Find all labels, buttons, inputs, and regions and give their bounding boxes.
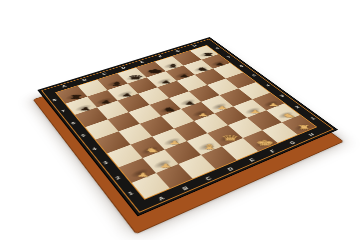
square-b3: ♞ — [130, 136, 165, 158]
black-pawn-h7: ♟ — [215, 62, 226, 65]
white-queen-e2: ♛ — [220, 134, 240, 141]
white-king-f1: ♚ — [255, 139, 276, 147]
square-c4 — [140, 116, 173, 136]
piece-shadow — [196, 141, 218, 153]
square-a1 — [131, 173, 169, 199]
file-labels-bottom: ABCDEFGH — [146, 127, 326, 208]
black-bishop-c8: ♝ — [108, 81, 124, 86]
black-pawn-a7: ♟ — [79, 107, 92, 111]
piece-shadow — [276, 110, 296, 120]
white-rook-h1: ♜ — [296, 125, 313, 131]
square-c1 — [178, 155, 215, 179]
square-e3 — [194, 113, 228, 133]
square-a5 — [85, 119, 118, 139]
black-knight-d5: ♞ — [163, 107, 177, 112]
black-pawn-f7: ♟ — [179, 74, 190, 78]
piece-shadow — [128, 167, 151, 180]
piece-shadow — [152, 158, 174, 170]
square-c3: ♟ — [152, 128, 186, 149]
square-d2: ♝ — [186, 133, 221, 155]
square-c2 — [165, 141, 201, 163]
square-a4 — [96, 132, 130, 154]
square-h1: ♜ — [281, 115, 316, 135]
piece-shadow — [217, 133, 238, 144]
photo-canvas: ♜♝♛♚♝♜♟♟♟♟♟♞♟♞♟♟♟♞♟♟♟♟♟♝♛♞♚♜ ABCDEFGH AB… — [0, 0, 360, 240]
square-d3 — [173, 121, 207, 141]
board-frame: ♜♝♛♚♝♜♟♟♟♟♟♞♟♞♟♟♟♞♟♟♟♟♟♝♛♞♚♜ ABCDEFGH AB… — [37, 37, 338, 216]
white-pawn-c3: ♟ — [168, 140, 181, 145]
white-pawn-h3: ♟ — [268, 102, 280, 106]
white-pawn-b2: ♟ — [159, 162, 172, 167]
white-pawn-a2: ♟ — [136, 172, 150, 178]
square-a6 — [75, 108, 107, 127]
square-b4 — [118, 124, 152, 145]
square-f2 — [228, 118, 262, 138]
white-bishop-d2: ♝ — [200, 143, 218, 150]
square-b1 — [155, 164, 192, 189]
square-d1 — [200, 146, 236, 169]
piece-shadow — [292, 122, 312, 133]
rank-labels-left: 87654321 — [45, 93, 144, 205]
black-rook-h8: ♜ — [202, 53, 215, 57]
piece-shadow — [139, 144, 161, 156]
square-e1 — [222, 138, 258, 160]
black-pawn-e7: ♟ — [161, 80, 172, 84]
black-pawn-e5: ♟ — [184, 101, 196, 105]
square-a2: ♟ — [119, 158, 155, 182]
piece-shadow — [161, 136, 182, 147]
white-pawn-g3: ♟ — [249, 109, 261, 113]
black-pawn-b7: ♟ — [100, 100, 112, 104]
square-a3 — [107, 145, 142, 168]
piece-shadow — [252, 138, 273, 149]
square-g2 — [247, 110, 281, 130]
square-b5 — [107, 112, 140, 132]
square-d4 — [161, 109, 194, 128]
rank-label-1: 1 — [300, 111, 326, 127]
black-queen-d8: ♛ — [127, 74, 144, 80]
white-knight-h2: ♞ — [281, 113, 297, 118]
black-king-e8: ♚ — [146, 68, 163, 73]
black-bishop-f8: ♝ — [166, 63, 181, 68]
square-f1: ♚ — [242, 130, 278, 151]
square-g1 — [262, 122, 297, 143]
square-e2: ♛ — [207, 125, 242, 146]
chess-board-scene: ♜♝♛♚♝♜♟♟♟♟♟♞♟♞♟♟♟♞♟♟♟♟♟♝♛♞♚♜ ABCDEFGH AB… — [37, 37, 338, 216]
white-pawn-e4: ♟ — [197, 112, 209, 116]
black-rook-a8: ♜ — [68, 95, 83, 100]
square-b2: ♟ — [142, 150, 178, 173]
piece-shadow — [190, 109, 210, 119]
white-pawn-f4: ♟ — [216, 105, 228, 109]
black-pawn-c7: ♟ — [121, 93, 133, 97]
white-knight-b3: ♞ — [144, 147, 160, 153]
